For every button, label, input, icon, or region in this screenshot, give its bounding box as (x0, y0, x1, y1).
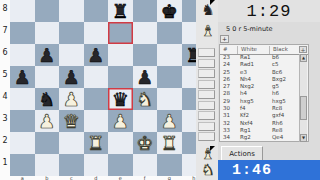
black-pawn[interactable]: ♟ (35, 44, 60, 66)
white-move[interactable]: f4 (240, 105, 245, 112)
move-row-31[interactable]: 31Kf2gxf4 (220, 112, 300, 119)
white-queen[interactable]: ♛ (59, 110, 84, 132)
square-e2[interactable] (108, 132, 133, 154)
piece-slot[interactable] (198, 59, 215, 68)
piece-slot[interactable] (198, 122, 215, 131)
white-move[interactable]: Kf2 (240, 112, 249, 119)
black-knight[interactable]: ♞ (35, 88, 60, 110)
black-queen[interactable]: ♛ (108, 88, 133, 110)
move-row-32[interactable]: 32Nxf4Rh6 (220, 120, 300, 127)
square-g1[interactable] (157, 154, 182, 176)
move-number: 26 (223, 76, 230, 83)
square-g7[interactable] (157, 22, 182, 44)
black-clock: 1:29 (218, 0, 320, 22)
white-move[interactable]: Nxf4 (240, 120, 253, 127)
move-row-33[interactable]: 33Rg1Re8 (220, 127, 300, 134)
square-e3[interactable]: ♟ (108, 110, 133, 132)
rank-label-7: 7 (0, 19, 10, 41)
square-d5[interactable] (84, 66, 109, 88)
square-f6[interactable] (133, 44, 158, 66)
square-a6[interactable] (10, 44, 35, 66)
black-pawn[interactable]: ♟ (84, 44, 109, 66)
piece-slot[interactable] (198, 69, 215, 78)
move-number: 31 (223, 112, 230, 119)
white-move[interactable]: Rad1 (240, 61, 254, 68)
white-move[interactable]: Nxg2 (240, 83, 254, 90)
rank-label-6: 6 (0, 41, 10, 63)
square-a5[interactable]: ♟ (10, 66, 35, 88)
square-a7[interactable] (10, 22, 35, 44)
move-number: 27 (223, 83, 230, 90)
square-c2[interactable] (59, 132, 84, 154)
white-move[interactable]: Ra1 (240, 54, 251, 61)
white-move[interactable]: Nh4 (240, 76, 251, 83)
rank-labels: 87654321 (0, 0, 10, 176)
square-d8[interactable] (84, 0, 109, 22)
black-pawn[interactable]: ♟ (133, 66, 158, 88)
black-king[interactable]: ♚ (157, 0, 182, 22)
square-g8[interactable]: ♚ (157, 0, 182, 22)
move-row-28[interactable]: 28h4h6 (220, 90, 300, 97)
white-rook[interactable]: ♜ (84, 132, 109, 154)
square-e4[interactable]: ♛ (108, 88, 133, 110)
scroll-down-icon[interactable]: ▼ (300, 134, 307, 142)
file-labels: abcdefgh (10, 175, 206, 180)
file-label-c: c (59, 175, 84, 180)
square-a8[interactable] (10, 0, 35, 22)
move-row-26[interactable]: 26Nh4Bxg2 (220, 76, 300, 83)
square-c5[interactable]: ♟ (59, 66, 84, 88)
chess-board[interactable]: ♜♚♟♟♜♟♟♟♞♟♛♞♟♛♟♟♜♚♜ (10, 0, 206, 176)
move-number: 28 (223, 90, 230, 97)
square-e6[interactable] (108, 44, 133, 66)
file-label-g: g (157, 175, 182, 180)
rank-label-4: 4 (0, 85, 10, 107)
movelist-scrollbar[interactable]: ▲ ▼ (299, 54, 307, 142)
white-move[interactable]: Rg2 (240, 134, 251, 141)
column-header-white: White (237, 46, 257, 54)
black-move[interactable]: b6 (272, 54, 279, 61)
white-knight[interactable]: ♞ (133, 88, 158, 110)
black-rook[interactable]: ♜ (108, 0, 133, 22)
square-b8[interactable] (35, 0, 60, 22)
move-number: 32 (223, 120, 230, 127)
rank-label-5: 5 (0, 63, 10, 85)
square-b5[interactable] (35, 66, 60, 88)
piece-slot[interactable] (198, 111, 215, 120)
move-number: 24 (223, 61, 230, 68)
white-king[interactable]: ♚ (133, 132, 158, 154)
move-list[interactable]: # White Black + 23Ra1b624Rad1c525e3Bc626… (219, 44, 309, 142)
square-e1[interactable] (108, 154, 133, 176)
rank-label-2: 2 (0, 129, 10, 151)
square-f1[interactable] (133, 154, 158, 176)
square-d2[interactable]: ♜ (84, 132, 109, 154)
square-c1[interactable] (59, 154, 84, 176)
chess-client-window: 87654321 ♜♚♟♟♜♟♟♟♞♟♛♞♟♛♟♟♜♚♜ abcdefgh ♞♝… (0, 0, 320, 180)
square-c3[interactable]: ♛ (59, 110, 84, 132)
square-f3[interactable] (133, 110, 158, 132)
file-label-e: e (108, 175, 133, 180)
square-g4[interactable] (157, 88, 182, 110)
black-pawn[interactable]: ♟ (10, 66, 35, 88)
black-move[interactable]: c5 (272, 61, 279, 68)
square-a3[interactable] (10, 110, 35, 132)
scroll-up-icon[interactable]: ▲ (300, 54, 307, 62)
white-bishop-icon[interactable]: ♝ (199, 23, 217, 39)
square-f5[interactable]: ♟ (133, 66, 158, 88)
white-rook[interactable]: ♜ (157, 132, 182, 154)
black-move[interactable]: hxg5 (272, 98, 286, 105)
square-f8[interactable] (133, 0, 158, 22)
square-b2[interactable] (35, 132, 60, 154)
white-move[interactable]: h4 (240, 90, 247, 97)
square-g5[interactable] (157, 66, 182, 88)
movelist-add-button[interactable]: + (299, 46, 307, 53)
move-number: 33 (223, 127, 230, 134)
white-pawn[interactable]: ♟ (59, 88, 84, 110)
piece-slot[interactable] (198, 90, 215, 99)
black-knight-icon[interactable]: ♞ (199, 2, 217, 18)
move-rows[interactable]: 23Ra1b624Rad1c525e3Bc626Nh4Bxg227Nxg2g52… (220, 54, 300, 142)
square-f4[interactable]: ♞ (133, 88, 158, 110)
chess-board-area: 87654321 ♜♚♟♟♜♟♟♟♞♟♛♞♟♛♟♟♜♚♜ abcdefgh (0, 0, 206, 180)
square-c6[interactable] (59, 44, 84, 66)
square-b3[interactable]: ♟ (35, 110, 60, 132)
black-move[interactable]: h6 (272, 90, 279, 97)
file-label-a: a (10, 175, 35, 180)
move-number: 29 (223, 98, 230, 105)
move-row-29[interactable]: 29hxg5hxg5 (220, 98, 300, 105)
game-panel: 1:29 5 0 r 5-minute + # White Black + 23… (218, 0, 320, 180)
black-pawn[interactable]: ♟ (59, 66, 84, 88)
square-e5[interactable] (108, 66, 133, 88)
piece-strip: ♞♝♝♞ (196, 0, 218, 180)
square-e8[interactable]: ♜ (108, 0, 133, 22)
square-d3[interactable] (84, 110, 109, 132)
square-g3[interactable]: ♟ (157, 110, 182, 132)
column-header-black: Black (269, 46, 288, 54)
square-d7[interactable] (84, 22, 109, 44)
move-row-25[interactable]: 25e3Bc6 (220, 69, 300, 76)
square-c7[interactable] (59, 22, 84, 44)
piece-slot[interactable] (198, 101, 215, 110)
piece-slot[interactable] (198, 132, 215, 141)
file-label-b: b (35, 175, 60, 180)
move-row-34[interactable]: 34Rg2Qe4 (220, 134, 300, 141)
move-row-23[interactable]: 23Ra1b6 (220, 54, 300, 61)
move-number: 23 (223, 54, 230, 61)
black-move[interactable]: g5 (272, 83, 279, 90)
white-pawn[interactable]: ♟ (157, 110, 182, 132)
square-d4[interactable] (84, 88, 109, 110)
black-move[interactable]: Bxg2 (272, 76, 286, 83)
black-move[interactable]: Qe4 (272, 134, 283, 141)
square-b6[interactable]: ♟ (35, 44, 60, 66)
column-header-number: # (223, 46, 228, 52)
rank-label-8: 8 (0, 0, 10, 19)
square-c8[interactable] (59, 0, 84, 22)
move-row-24[interactable]: 24Rad1c5 (220, 61, 300, 68)
piece-slot[interactable] (198, 48, 215, 57)
square-e7[interactable] (108, 22, 133, 44)
white-pawn[interactable]: ♟ (108, 110, 133, 132)
square-f7[interactable] (133, 22, 158, 44)
actions-button[interactable]: Actions (221, 146, 263, 161)
white-clock-active: 1:46 (218, 160, 320, 180)
rank-label-1: 1 (0, 151, 10, 173)
square-a4[interactable] (10, 88, 35, 110)
white-move[interactable]: hxg5 (240, 98, 254, 105)
square-b1[interactable] (35, 154, 60, 176)
white-knight-icon[interactable]: ♞ (199, 162, 217, 178)
move-number: 25 (223, 69, 230, 76)
movelist-collapse-button[interactable]: + (220, 35, 229, 43)
black-move[interactable]: Rc8 (272, 105, 282, 112)
square-a2[interactable] (10, 132, 35, 154)
move-row-30[interactable]: 30f4Rc8 (220, 105, 300, 112)
black-move[interactable]: Rh6 (272, 120, 283, 127)
move-row-27[interactable]: 27Nxg2g5 (220, 83, 300, 90)
white-bishop-icon[interactable]: ♝ (199, 146, 217, 162)
rank-label-3: 3 (0, 107, 10, 129)
white-move[interactable]: e3 (240, 69, 247, 76)
square-d1[interactable] (84, 154, 109, 176)
square-b4[interactable]: ♞ (35, 88, 60, 110)
move-number: 34 (223, 134, 230, 141)
file-label-d: d (84, 175, 109, 180)
game-type-label: 5 0 r 5-minute (226, 25, 273, 33)
white-pawn[interactable]: ♟ (35, 110, 60, 132)
square-g2[interactable]: ♜ (157, 132, 182, 154)
black-move[interactable]: Re8 (272, 127, 282, 134)
piece-slot[interactable] (198, 80, 215, 89)
square-d6[interactable]: ♟ (84, 44, 109, 66)
square-c4[interactable]: ♟ (59, 88, 84, 110)
square-f2[interactable]: ♚ (133, 132, 158, 154)
square-a1[interactable] (10, 154, 35, 176)
black-move[interactable]: Bc6 (272, 69, 282, 76)
move-number: 30 (223, 105, 230, 112)
black-move[interactable]: gxf4 (272, 112, 284, 119)
square-b7[interactable] (35, 22, 60, 44)
white-move[interactable]: Rg1 (240, 127, 251, 134)
file-label-f: f (133, 175, 158, 180)
scrollbar-thumb[interactable] (300, 96, 307, 120)
square-g6[interactable] (157, 44, 182, 66)
